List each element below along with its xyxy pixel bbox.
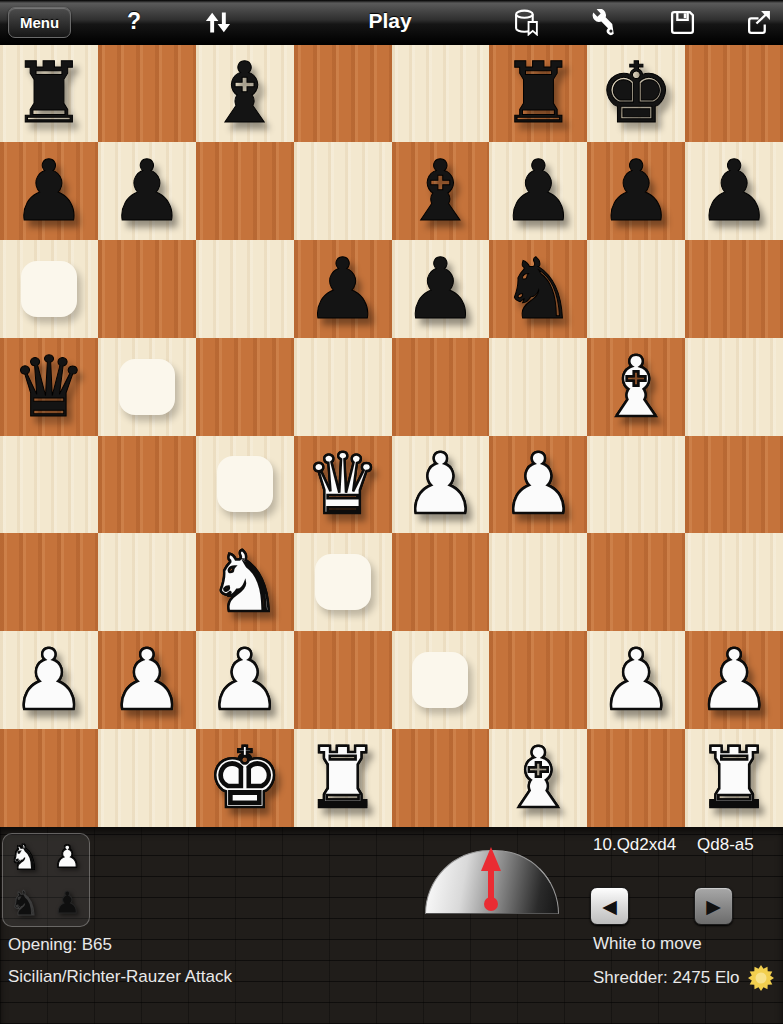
page-title: Play [340,9,440,33]
square-h5[interactable] [685,338,783,436]
white-rook[interactable]: ♜ [305,736,380,820]
square-d1[interactable]: ♜ [294,729,392,827]
captured-black-knight: ♞ [9,886,39,920]
square-h7[interactable]: ♟ [685,142,783,240]
square-b7[interactable]: ♟ [98,142,196,240]
captured-pieces-tray: ♞♟♞♟ [2,833,90,927]
black-king[interactable]: ♚ [599,51,674,135]
last-move-white: 10.Qd2xd4 [593,835,676,855]
evaluation-needle-icon [475,845,507,911]
square-c5[interactable] [196,338,294,436]
black-bishop[interactable]: ♝ [207,51,282,135]
square-c7[interactable] [196,142,294,240]
black-pawn[interactable]: ♟ [696,149,771,233]
white-knight[interactable]: ♞ [207,540,282,624]
move-back-button[interactable]: ◀ [590,887,629,925]
square-c1[interactable]: ♚ [196,729,294,827]
square-d7[interactable] [294,142,392,240]
square-d2[interactable] [294,631,392,729]
square-g3[interactable] [587,533,685,631]
save-icon[interactable] [669,9,697,36]
square-g2[interactable]: ♟ [587,631,685,729]
square-c3[interactable]: ♞ [196,533,294,631]
square-e2[interactable] [392,631,490,729]
square-a1[interactable] [0,729,98,827]
legal-move-highlight-a6[interactable] [21,261,77,317]
square-f1[interactable]: ♝ [489,729,587,827]
black-pawn[interactable]: ♟ [11,149,86,233]
square-f2[interactable] [489,631,587,729]
black-pawn[interactable]: ♟ [501,149,576,233]
legal-move-highlight-d3[interactable] [315,554,371,610]
move-forward-button[interactable]: ▶ [694,887,733,925]
wrench-icon[interactable] [591,9,619,36]
captured-black-pawn: ♟ [54,888,81,918]
white-pawn[interactable]: ♟ [207,638,282,722]
square-e3[interactable] [392,533,490,631]
status-panel: ♞♟♞♟ Opening: B65 Sicilian/Richter-Rauze… [0,827,783,1024]
app-screen: Menu ? Play [0,0,783,1024]
turn-indicator: White to move [593,934,702,954]
captured-white-knight: ♞ [9,840,39,874]
square-e8[interactable] [392,44,490,142]
square-g6[interactable] [587,240,685,338]
square-g1[interactable] [587,729,685,827]
square-f4[interactable]: ♟ [489,436,587,534]
black-rook[interactable]: ♜ [11,51,86,135]
database-icon[interactable] [513,9,541,36]
square-f7[interactable]: ♟ [489,142,587,240]
tray-cell: ♟ [46,834,89,880]
black-pawn[interactable]: ♟ [403,247,478,331]
square-h6[interactable] [685,240,783,338]
black-pawn[interactable]: ♟ [109,149,184,233]
square-g8[interactable]: ♚ [587,44,685,142]
opening-code: Opening: B65 [8,935,112,955]
top-toolbar: Menu ? Play [0,0,783,45]
white-pawn[interactable]: ♟ [501,442,576,526]
square-d4[interactable]: ♛ [294,436,392,534]
square-e7[interactable]: ♝ [392,142,490,240]
black-rook[interactable]: ♜ [501,51,576,135]
square-d5[interactable] [294,338,392,436]
square-e6[interactable]: ♟ [392,240,490,338]
square-g4[interactable] [587,436,685,534]
square-a4[interactable] [0,436,98,534]
square-d8[interactable] [294,44,392,142]
square-h1[interactable]: ♜ [685,729,783,827]
square-c8[interactable]: ♝ [196,44,294,142]
white-pawn[interactable]: ♟ [403,442,478,526]
square-g7[interactable]: ♟ [587,142,685,240]
last-move-black: Qd8-a5 [697,835,754,855]
square-a5[interactable]: ♛ [0,338,98,436]
updown-arrows-icon[interactable] [204,9,232,36]
legal-move-highlight-e2[interactable] [412,652,468,708]
square-f8[interactable]: ♜ [489,44,587,142]
black-pawn[interactable]: ♟ [305,247,380,331]
white-pawn[interactable]: ♟ [696,638,771,722]
square-b8[interactable] [98,44,196,142]
square-e5[interactable] [392,338,490,436]
square-b6[interactable] [98,240,196,338]
square-a6[interactable] [0,240,98,338]
square-a2[interactable]: ♟ [0,631,98,729]
engine-strength-label: Shredder: 2475 Elo [593,968,740,988]
tray-cell: ♟ [46,880,89,926]
square-d6[interactable]: ♟ [294,240,392,338]
square-a3[interactable] [0,533,98,631]
square-e1[interactable] [392,729,490,827]
square-b5[interactable] [98,338,196,436]
share-icon[interactable] [745,9,773,36]
white-queen[interactable]: ♛ [305,442,380,526]
white-king[interactable]: ♚ [207,736,282,820]
square-b3[interactable] [98,533,196,631]
help-button[interactable]: ? [123,8,145,35]
black-knight[interactable]: ♞ [501,247,576,331]
square-b4[interactable] [98,436,196,534]
square-b2[interactable]: ♟ [98,631,196,729]
white-pawn[interactable]: ♟ [109,638,184,722]
white-rook[interactable]: ♜ [696,736,771,820]
opening-name: Sicilian/Richter-Rauzer Attack [8,967,232,987]
square-c4[interactable] [196,436,294,534]
square-h8[interactable] [685,44,783,142]
black-queen[interactable]: ♛ [11,345,86,429]
black-pawn[interactable]: ♟ [599,149,674,233]
chess-board[interactable]: ♜♝♜♚♟♟♝♟♟♟♟♟♞♛♝♛♟♟♞♟♟♟♟♟♚♜♝♜ [0,44,783,827]
legal-move-highlight-c4[interactable] [217,456,273,512]
square-e4[interactable]: ♟ [392,436,490,534]
white-pawn[interactable]: ♟ [11,638,86,722]
square-c6[interactable] [196,240,294,338]
tray-cell: ♞ [3,880,46,926]
square-h3[interactable] [685,533,783,631]
square-d3[interactable] [294,533,392,631]
black-bishop[interactable]: ♝ [403,149,478,233]
white-bishop[interactable]: ♝ [599,345,674,429]
square-g5[interactable]: ♝ [587,338,685,436]
square-a8[interactable]: ♜ [0,44,98,142]
square-h2[interactable]: ♟ [685,631,783,729]
white-bishop[interactable]: ♝ [501,736,576,820]
menu-button[interactable]: Menu [8,7,71,38]
square-a7[interactable]: ♟ [0,142,98,240]
tray-cell: ♞ [3,834,46,880]
square-h4[interactable] [685,436,783,534]
square-c2[interactable]: ♟ [196,631,294,729]
square-f5[interactable] [489,338,587,436]
legal-move-highlight-b5[interactable] [119,359,175,415]
captured-white-pawn: ♟ [54,842,81,872]
white-pawn[interactable]: ♟ [599,638,674,722]
square-b1[interactable] [98,729,196,827]
square-f3[interactable] [489,533,587,631]
square-f6[interactable]: ♞ [489,240,587,338]
engine-status-sun-icon [748,965,774,991]
